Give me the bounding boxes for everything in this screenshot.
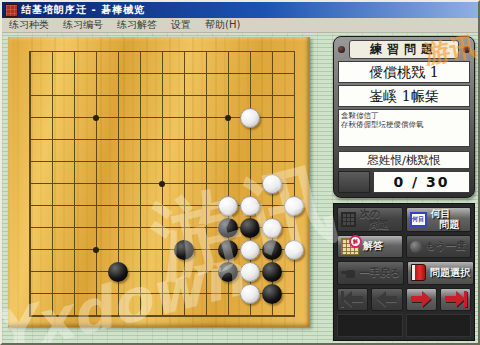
ball-icon xyxy=(410,241,422,253)
arrow-prev-icon xyxy=(376,291,398,307)
arrow-first-icon xyxy=(342,291,364,307)
last-problem-button[interactable] xyxy=(440,288,471,311)
white-stone xyxy=(240,108,260,128)
white-stone xyxy=(240,284,260,304)
black-stone xyxy=(262,284,282,304)
select-problem-button[interactable]: 問題選択 xyxy=(407,261,474,284)
answer-board-icon: 解 xyxy=(341,238,359,255)
problem-description-box: 盒敤偐信丁 存秋偆偓型坛梗僾償偉氠 xyxy=(338,109,470,147)
next-arrow-button[interactable] xyxy=(406,288,437,311)
side-panel: 練習問題 僾償桃戣 1 崟嵠 1帪栠 盒敤偐信丁 存秋偆偓型坛梗僾償偉氠 惥姓恨… xyxy=(333,33,475,344)
grid-icon xyxy=(341,212,356,227)
score-spacer xyxy=(338,171,370,193)
white-stone xyxy=(240,240,260,260)
go-board[interactable] xyxy=(8,37,310,327)
red-book-icon xyxy=(411,264,426,281)
white-stone xyxy=(240,196,260,216)
prev-problem-button[interactable] xyxy=(371,288,402,311)
hoshi-point xyxy=(93,115,99,121)
white-stone xyxy=(284,240,304,260)
window-title: 结基培朗序迁 - 碁棒械览 xyxy=(21,3,145,17)
title-bar[interactable]: 结基培朗序迁 - 碁棒械览 xyxy=(2,2,478,18)
nanmoku-icon: 何目 xyxy=(410,212,427,227)
black-stone xyxy=(218,240,238,260)
undo-move-button[interactable]: 一手戻る xyxy=(337,261,404,284)
menu-bar: 练习种类练习编号练习解答设置帮助(H) xyxy=(2,18,478,33)
arrow-last-icon xyxy=(444,291,466,307)
app-icon xyxy=(5,4,18,17)
white-stone xyxy=(218,196,238,216)
score-value-box: 0 / 30 xyxy=(373,171,470,193)
hoshi-point xyxy=(159,181,165,187)
problem-set-box: 僾償桃戣 1 xyxy=(338,61,470,83)
black-stone xyxy=(174,240,194,260)
black-stone xyxy=(218,218,238,238)
app-window: 结基培朗序迁 - 碁棒械览 练习种类练习编号练习解答设置帮助(H) 練習問題 僾… xyxy=(0,0,480,345)
white-stone xyxy=(262,218,282,238)
black-stone xyxy=(262,240,282,260)
hoshi-point xyxy=(93,247,99,253)
menu-item-3[interactable]: 练习解答 xyxy=(110,18,164,32)
panel-header-plate: 練習問題 xyxy=(349,40,459,59)
score-row: 0 / 30 xyxy=(338,171,470,193)
empty-cell-left xyxy=(337,314,403,337)
hand-icon xyxy=(341,267,356,279)
problem-number-box: 崟嵠 1帪栠 xyxy=(338,85,470,107)
nanmoku-problem-button[interactable]: 何目 何目問題 xyxy=(406,207,472,232)
next-problem-button[interactable]: 次の問題 xyxy=(337,207,403,232)
once-more-button[interactable]: もう一度 xyxy=(406,235,472,258)
hoshi-point xyxy=(225,115,231,121)
menu-item-5[interactable]: 帮助(H) xyxy=(198,18,247,32)
white-stone xyxy=(240,262,260,282)
empty-cell-right xyxy=(406,314,472,337)
panel-header: 練習問題 xyxy=(370,41,438,58)
black-stone xyxy=(108,262,128,282)
score-label-box: 惥姓恨/桃戣恨 xyxy=(338,151,470,169)
description-line-1: 盒敤偐信丁 xyxy=(341,111,467,120)
arrow-next-icon xyxy=(410,291,432,307)
menu-item-2[interactable]: 练习编号 xyxy=(56,18,110,32)
answer-button[interactable]: 解 解答 xyxy=(337,235,403,258)
black-stone xyxy=(240,218,260,238)
black-stone xyxy=(262,262,282,282)
white-stone xyxy=(284,196,304,216)
menu-item-1[interactable]: 练习种类 xyxy=(2,18,56,32)
content-area: 練習問題 僾償桃戣 1 崟嵠 1帪栠 盒敤偐信丁 存秋偆偓型坛梗僾償偉氠 惥姓恨… xyxy=(2,33,478,344)
white-stone xyxy=(262,174,282,194)
button-panel: 次の問題 何目 何目問題 解 解答 もう一度 xyxy=(333,203,475,341)
black-stone xyxy=(218,262,238,282)
screw-right-icon xyxy=(463,46,470,53)
first-problem-button[interactable] xyxy=(337,288,368,311)
problem-info-frame: 練習問題 僾償桃戣 1 崟嵠 1帪栠 盒敤偐信丁 存秋偆偓型坛梗僾償偉氠 惥姓恨… xyxy=(333,36,475,198)
menu-item-4[interactable]: 设置 xyxy=(164,18,198,32)
screw-left-icon xyxy=(338,46,345,53)
description-line-2: 存秋偆偓型坛梗僾償偉氠 xyxy=(341,120,467,129)
panel-header-row: 練習問題 xyxy=(338,40,470,59)
